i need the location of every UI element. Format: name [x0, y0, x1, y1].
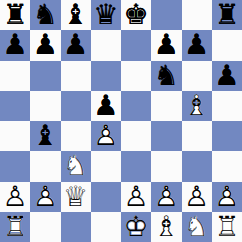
square-a7[interactable]: ♟♙: [0, 30, 30, 60]
piece-white-knight[interactable]: ♞♘: [61, 151, 91, 181]
square-e4[interactable]: [121, 121, 151, 151]
square-e1[interactable]: ♚♔: [121, 212, 151, 242]
piece-glyph-outline: ♙: [91, 121, 121, 151]
piece-glyph-outline: ♙: [0, 182, 30, 212]
chess-board: ♜♖♞♘♝♗♛♕♚♔♜♖♟♙♟♙♟♙♟♙♟♙♞♘♟♙♟♙♝♗♝♗♟♙♞♘♟♙♟♙…: [0, 0, 242, 242]
piece-black-pawn[interactable]: ♟♙: [61, 30, 91, 60]
square-b7[interactable]: ♟♙: [30, 30, 60, 60]
square-d8[interactable]: ♛♕: [91, 0, 121, 30]
square-f8[interactable]: [151, 0, 181, 30]
square-g7[interactable]: ♟♙: [182, 30, 212, 60]
square-b2[interactable]: ♟♙: [30, 182, 60, 212]
piece-white-knight[interactable]: ♞♘: [182, 212, 212, 242]
piece-white-pawn[interactable]: ♟♙: [182, 182, 212, 212]
piece-white-pawn[interactable]: ♟♙: [212, 182, 242, 212]
piece-black-pawn[interactable]: ♟♙: [212, 61, 242, 91]
square-e6[interactable]: [121, 61, 151, 91]
square-f7[interactable]: ♟♙: [151, 30, 181, 60]
piece-glyph-outline: ♗: [182, 91, 212, 121]
piece-glyph-outline: ♖: [0, 212, 30, 242]
piece-glyph-outline: ♙: [151, 182, 181, 212]
piece-black-bishop[interactable]: ♝♗: [61, 0, 91, 30]
square-c5[interactable]: [61, 91, 91, 121]
piece-glyph-outline: ♙: [30, 182, 60, 212]
square-g2[interactable]: ♟♙: [182, 182, 212, 212]
square-d1[interactable]: [91, 212, 121, 242]
square-a3[interactable]: [0, 151, 30, 181]
piece-black-knight[interactable]: ♞♘: [30, 0, 60, 30]
square-c4[interactable]: [61, 121, 91, 151]
square-b6[interactable]: [30, 61, 60, 91]
square-a6[interactable]: [0, 61, 30, 91]
square-h7[interactable]: [212, 30, 242, 60]
piece-black-pawn[interactable]: ♟♙: [182, 30, 212, 60]
piece-glyph-outline: ♘: [151, 61, 181, 91]
square-d4[interactable]: ♟♙: [91, 121, 121, 151]
piece-glyph-outline: ♙: [182, 182, 212, 212]
piece-glyph-outline: ♘: [30, 0, 60, 30]
square-h1[interactable]: ♜♖: [212, 212, 242, 242]
square-c7[interactable]: ♟♙: [61, 30, 91, 60]
piece-glyph-outline: ♙: [30, 30, 60, 60]
piece-black-queen[interactable]: ♛♕: [91, 0, 121, 30]
piece-black-pawn[interactable]: ♟♙: [151, 30, 181, 60]
piece-white-bishop[interactable]: ♝♗: [182, 91, 212, 121]
piece-glyph-outline: ♙: [212, 61, 242, 91]
piece-glyph-outline: ♖: [212, 0, 242, 30]
piece-glyph-outline: ♔: [121, 212, 151, 242]
square-g4[interactable]: [182, 121, 212, 151]
piece-glyph-outline: ♗: [151, 212, 181, 242]
square-b1[interactable]: [30, 212, 60, 242]
square-d5[interactable]: ♟♙: [91, 91, 121, 121]
square-d7[interactable]: [91, 30, 121, 60]
square-d2[interactable]: [91, 182, 121, 212]
square-b5[interactable]: [30, 91, 60, 121]
piece-glyph-outline: ♕: [91, 0, 121, 30]
piece-white-pawn[interactable]: ♟♙: [121, 182, 151, 212]
square-h3[interactable]: [212, 151, 242, 181]
piece-glyph-outline: ♙: [61, 30, 91, 60]
square-h5[interactable]: [212, 91, 242, 121]
square-c2[interactable]: ♛♕: [61, 182, 91, 212]
piece-white-bishop[interactable]: ♝♗: [151, 212, 181, 242]
square-e5[interactable]: [121, 91, 151, 121]
piece-black-king[interactable]: ♚♔: [121, 0, 151, 30]
square-h8[interactable]: ♜♖: [212, 0, 242, 30]
piece-glyph-outline: ♙: [121, 182, 151, 212]
square-f2[interactable]: ♟♙: [151, 182, 181, 212]
square-g5[interactable]: ♝♗: [182, 91, 212, 121]
square-d3[interactable]: [91, 151, 121, 181]
piece-black-rook[interactable]: ♜♖: [0, 0, 30, 30]
piece-glyph-outline: ♙: [151, 30, 181, 60]
piece-white-king[interactable]: ♚♔: [121, 212, 151, 242]
piece-glyph-outline: ♗: [30, 121, 60, 151]
square-c8[interactable]: ♝♗: [61, 0, 91, 30]
square-e7[interactable]: [121, 30, 151, 60]
piece-white-pawn[interactable]: ♟♙: [30, 182, 60, 212]
square-e8[interactable]: ♚♔: [121, 0, 151, 30]
square-b3[interactable]: [30, 151, 60, 181]
piece-glyph-outline: ♖: [0, 0, 30, 30]
square-c6[interactable]: [61, 61, 91, 91]
square-f4[interactable]: [151, 121, 181, 151]
square-d6[interactable]: [91, 61, 121, 91]
square-b4[interactable]: ♝♗: [30, 121, 60, 151]
square-e3[interactable]: [121, 151, 151, 181]
piece-glyph-outline: ♔: [121, 0, 151, 30]
square-a5[interactable]: [0, 91, 30, 121]
piece-white-pawn[interactable]: ♟♙: [0, 182, 30, 212]
square-a8[interactable]: ♜♖: [0, 0, 30, 30]
piece-glyph-outline: ♖: [212, 212, 242, 242]
square-g8[interactable]: [182, 0, 212, 30]
square-g6[interactable]: [182, 61, 212, 91]
piece-white-queen[interactable]: ♛♕: [61, 182, 91, 212]
square-h2[interactable]: ♟♙: [212, 182, 242, 212]
piece-glyph-outline: ♙: [182, 30, 212, 60]
piece-black-bishop[interactable]: ♝♗: [30, 121, 60, 151]
piece-black-knight[interactable]: ♞♘: [151, 61, 181, 91]
square-f5[interactable]: [151, 91, 181, 121]
square-f1[interactable]: ♝♗: [151, 212, 181, 242]
square-a1[interactable]: ♜♖: [0, 212, 30, 242]
piece-glyph-outline: ♙: [91, 91, 121, 121]
piece-white-pawn[interactable]: ♟♙: [91, 121, 121, 151]
piece-black-pawn[interactable]: ♟♙: [30, 30, 60, 60]
square-c1[interactable]: [61, 212, 91, 242]
square-g1[interactable]: ♞♘: [182, 212, 212, 242]
piece-black-pawn[interactable]: ♟♙: [91, 91, 121, 121]
piece-white-rook[interactable]: ♜♖: [212, 212, 242, 242]
square-a2[interactable]: ♟♙: [0, 182, 30, 212]
piece-white-pawn[interactable]: ♟♙: [151, 182, 181, 212]
piece-black-pawn[interactable]: ♟♙: [0, 30, 30, 60]
square-f3[interactable]: [151, 151, 181, 181]
piece-white-rook[interactable]: ♜♖: [0, 212, 30, 242]
square-h4[interactable]: [212, 121, 242, 151]
piece-glyph-outline: ♕: [61, 182, 91, 212]
piece-glyph-outline: ♙: [212, 182, 242, 212]
square-g3[interactable]: [182, 151, 212, 181]
square-h6[interactable]: ♟♙: [212, 61, 242, 91]
square-f6[interactable]: ♞♘: [151, 61, 181, 91]
square-e2[interactable]: ♟♙: [121, 182, 151, 212]
square-b8[interactable]: ♞♘: [30, 0, 60, 30]
piece-black-rook[interactable]: ♜♖: [212, 0, 242, 30]
piece-glyph-outline: ♗: [61, 0, 91, 30]
square-c3[interactable]: ♞♘: [61, 151, 91, 181]
piece-glyph-outline: ♙: [0, 30, 30, 60]
piece-glyph-outline: ♘: [61, 151, 91, 181]
piece-glyph-outline: ♘: [182, 212, 212, 242]
square-a4[interactable]: [0, 121, 30, 151]
